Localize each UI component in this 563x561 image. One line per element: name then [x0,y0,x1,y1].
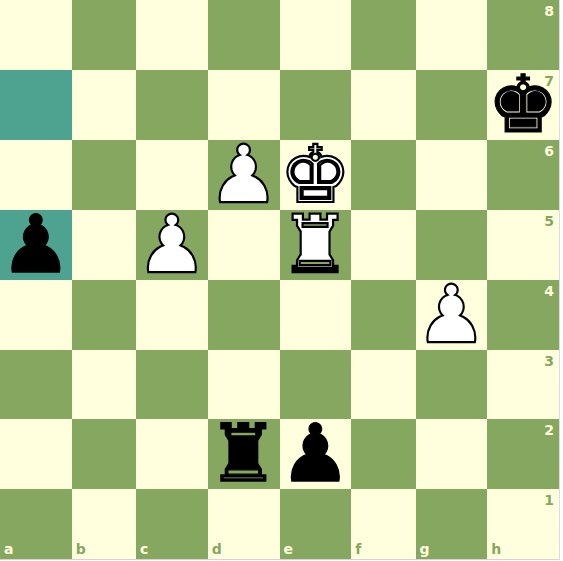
square-e2[interactable]: ♟ [280,419,352,489]
square-b6[interactable] [72,140,136,210]
coord-rank-3: 3 [544,354,554,368]
square-b1[interactable]: b [72,489,136,559]
square-a7[interactable] [0,70,72,140]
square-b7[interactable] [72,70,136,140]
square-b4[interactable] [72,280,136,350]
square-a1[interactable]: a [0,489,72,559]
coord-file-c: c [140,542,148,556]
coord-rank-5: 5 [544,214,554,228]
coord-file-h: h [491,542,501,556]
piece-white-pawn-d6[interactable]: ♟ [208,140,280,210]
square-f8[interactable] [351,0,415,70]
square-c7[interactable] [136,70,208,140]
square-e5[interactable]: ♜ [280,210,352,280]
square-h2[interactable]: 2 [487,419,559,489]
square-h7[interactable]: 7♚ [487,70,559,140]
square-d4[interactable] [208,280,280,350]
piece-black-pawn-e2[interactable]: ♟ [280,419,352,489]
coord-file-f: f [355,542,361,556]
square-d6[interactable]: ♟ [208,140,280,210]
coord-file-g: g [420,542,430,556]
square-h1[interactable]: 1h [487,489,559,559]
square-g2[interactable] [416,419,488,489]
square-g4[interactable]: ♟ [416,280,488,350]
chess-board: 87♚♟♚6♟♟♜5♟43♜♟2abcdefg1h [0,0,560,560]
square-h5[interactable]: 5 [487,210,559,280]
square-c3[interactable] [136,350,208,420]
coord-rank-4: 4 [544,284,554,298]
square-c5[interactable]: ♟ [136,210,208,280]
piece-black-rook-d2[interactable]: ♜ [208,419,280,489]
piece-white-pawn-c5[interactable]: ♟ [136,210,208,280]
square-b8[interactable] [72,0,136,70]
square-f6[interactable] [351,140,415,210]
piece-white-rook-e5[interactable]: ♜ [280,210,352,280]
page: 87♚♟♚6♟♟♜5♟43♜♟2abcdefg1h [0,0,563,561]
coord-rank-2: 2 [544,423,554,437]
square-c2[interactable] [136,419,208,489]
square-g7[interactable] [416,70,488,140]
square-f3[interactable] [351,350,415,420]
coord-file-e: e [284,542,294,556]
piece-black-pawn-a5[interactable]: ♟ [0,210,72,280]
square-f1[interactable]: f [351,489,415,559]
square-b2[interactable] [72,419,136,489]
coord-file-d: d [212,542,222,556]
square-g8[interactable] [416,0,488,70]
coord-file-b: b [76,542,86,556]
square-f5[interactable] [351,210,415,280]
square-h3[interactable]: 3 [487,350,559,420]
square-d2[interactable]: ♜ [208,419,280,489]
square-d8[interactable] [208,0,280,70]
square-g6[interactable] [416,140,488,210]
square-f4[interactable] [351,280,415,350]
square-a5[interactable]: ♟ [0,210,72,280]
square-h4[interactable]: 4 [487,280,559,350]
square-e8[interactable] [280,0,352,70]
square-f7[interactable] [351,70,415,140]
piece-black-king-h7[interactable]: ♚ [487,70,559,140]
square-b3[interactable] [72,350,136,420]
square-a8[interactable] [0,0,72,70]
piece-white-pawn-g4[interactable]: ♟ [416,280,488,350]
square-c1[interactable]: c [136,489,208,559]
square-c8[interactable] [136,0,208,70]
square-b5[interactable] [72,210,136,280]
coord-rank-1: 1 [544,493,554,507]
square-a3[interactable] [0,350,72,420]
coord-rank-8: 8 [544,4,554,18]
square-g1[interactable]: g [416,489,488,559]
square-a2[interactable] [0,419,72,489]
coord-file-a: a [4,542,13,556]
square-f2[interactable] [351,419,415,489]
